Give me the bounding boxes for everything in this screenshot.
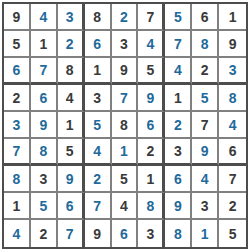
sudoku-cell-r1c7[interactable]: 5 xyxy=(165,4,192,31)
sudoku-cell-r6c8[interactable]: 9 xyxy=(192,139,219,166)
sudoku-cell-r6c5[interactable]: 1 xyxy=(112,139,139,166)
sudoku-cell-r5c4[interactable]: 5 xyxy=(85,112,112,139)
sudoku-cell-r6c9[interactable]: 6 xyxy=(219,139,246,166)
sudoku-cell-r8c6[interactable]: 8 xyxy=(138,193,165,220)
sudoku-cell-r6c3[interactable]: 5 xyxy=(58,139,85,166)
sudoku-cell-r3c4[interactable]: 1 xyxy=(85,58,112,85)
sudoku-cell-r7c3[interactable]: 9 xyxy=(58,166,85,193)
sudoku-cell-r6c2[interactable]: 8 xyxy=(31,139,58,166)
sudoku-cell-r9c3[interactable]: 7 xyxy=(58,220,85,247)
sudoku-cell-r9c1[interactable]: 4 xyxy=(4,220,31,247)
sudoku-cell-r3c8[interactable]: 2 xyxy=(192,58,219,85)
sudoku-cell-r7c7[interactable]: 6 xyxy=(165,166,192,193)
sudoku-cell-r3c6[interactable]: 5 xyxy=(138,58,165,85)
sudoku-cell-r4c4[interactable]: 3 xyxy=(85,85,112,112)
sudoku-cell-r4c2[interactable]: 6 xyxy=(31,85,58,112)
sudoku-cell-r5c2[interactable]: 9 xyxy=(31,112,58,139)
sudoku-cell-r2c1[interactable]: 5 xyxy=(4,31,31,58)
sudoku-cell-r2c5[interactable]: 3 xyxy=(112,31,139,58)
sudoku-cell-r5c6[interactable]: 6 xyxy=(138,112,165,139)
sudoku-cell-r8c9[interactable]: 2 xyxy=(219,193,246,220)
sudoku-cell-r4c1[interactable]: 2 xyxy=(4,85,31,112)
sudoku-cell-r1c4[interactable]: 8 xyxy=(85,4,112,31)
sudoku-cell-r1c9[interactable]: 1 xyxy=(219,4,246,31)
sudoku-cell-r3c9[interactable]: 3 xyxy=(219,58,246,85)
sudoku-cell-r2c7[interactable]: 7 xyxy=(165,31,192,58)
sudoku-cell-r2c6[interactable]: 4 xyxy=(138,31,165,58)
sudoku-cell-r3c1[interactable]: 6 xyxy=(4,58,31,85)
sudoku-cell-r3c7[interactable]: 4 xyxy=(165,58,192,85)
sudoku-cell-r2c9[interactable]: 9 xyxy=(219,31,246,58)
sudoku-cell-r8c2[interactable]: 5 xyxy=(31,193,58,220)
sudoku-cell-r4c7[interactable]: 1 xyxy=(165,85,192,112)
sudoku-cell-r7c5[interactable]: 5 xyxy=(112,166,139,193)
sudoku-cell-r5c1[interactable]: 3 xyxy=(4,112,31,139)
sudoku-cell-r9c7[interactable]: 8 xyxy=(165,220,192,247)
sudoku-cell-r1c8[interactable]: 6 xyxy=(192,4,219,31)
sudoku-cell-r7c2[interactable]: 3 xyxy=(31,166,58,193)
sudoku-cell-r3c3[interactable]: 8 xyxy=(58,58,85,85)
sudoku-cell-r2c2[interactable]: 1 xyxy=(31,31,58,58)
sudoku-cell-r5c3[interactable]: 1 xyxy=(58,112,85,139)
sudoku-cell-r8c1[interactable]: 1 xyxy=(4,193,31,220)
sudoku-cell-r5c9[interactable]: 4 xyxy=(219,112,246,139)
sudoku-cell-r6c7[interactable]: 3 xyxy=(165,139,192,166)
sudoku-cell-r9c2[interactable]: 2 xyxy=(31,220,58,247)
sudoku-cell-r7c9[interactable]: 7 xyxy=(219,166,246,193)
sudoku-cell-r4c6[interactable]: 9 xyxy=(138,85,165,112)
sudoku-cell-r5c7[interactable]: 2 xyxy=(165,112,192,139)
sudoku-cell-r1c3[interactable]: 3 xyxy=(58,4,85,31)
sudoku-cell-r2c4[interactable]: 6 xyxy=(85,31,112,58)
sudoku-cell-r8c5[interactable]: 4 xyxy=(112,193,139,220)
sudoku-cell-r8c3[interactable]: 6 xyxy=(58,193,85,220)
sudoku-cell-r1c2[interactable]: 4 xyxy=(31,4,58,31)
sudoku-cell-r7c8[interactable]: 4 xyxy=(192,166,219,193)
sudoku-cell-r9c4[interactable]: 9 xyxy=(85,220,112,247)
sudoku-cell-r4c3[interactable]: 4 xyxy=(58,85,85,112)
sudoku-cell-r8c8[interactable]: 3 xyxy=(192,193,219,220)
sudoku-cell-r4c5[interactable]: 7 xyxy=(112,85,139,112)
sudoku-cell-r1c5[interactable]: 2 xyxy=(112,4,139,31)
sudoku-cell-r8c4[interactable]: 7 xyxy=(85,193,112,220)
sudoku-cell-r1c1[interactable]: 9 xyxy=(4,4,31,31)
sudoku-cell-r8c7[interactable]: 9 xyxy=(165,193,192,220)
sudoku-cell-r6c6[interactable]: 2 xyxy=(138,139,165,166)
sudoku-cell-r4c9[interactable]: 8 xyxy=(219,85,246,112)
sudoku-cell-r3c5[interactable]: 9 xyxy=(112,58,139,85)
sudoku-cell-r3c2[interactable]: 7 xyxy=(31,58,58,85)
sudoku-cell-r9c9[interactable]: 5 xyxy=(219,220,246,247)
sudoku-cell-r5c5[interactable]: 8 xyxy=(112,112,139,139)
sudoku-cell-r9c8[interactable]: 1 xyxy=(192,220,219,247)
sudoku-cell-r7c6[interactable]: 1 xyxy=(138,166,165,193)
sudoku-cell-r7c4[interactable]: 2 xyxy=(85,166,112,193)
sudoku-cell-r9c6[interactable]: 3 xyxy=(138,220,165,247)
sudoku-board: 9438275615126347896781954232643791583915… xyxy=(2,2,248,249)
sudoku-cell-r6c1[interactable]: 7 xyxy=(4,139,31,166)
sudoku-cell-r2c3[interactable]: 2 xyxy=(58,31,85,58)
sudoku-cell-r7c1[interactable]: 8 xyxy=(4,166,31,193)
sudoku-cell-r4c8[interactable]: 5 xyxy=(192,85,219,112)
sudoku-cell-r9c5[interactable]: 6 xyxy=(112,220,139,247)
sudoku-cell-r2c8[interactable]: 8 xyxy=(192,31,219,58)
sudoku-cell-r5c8[interactable]: 7 xyxy=(192,112,219,139)
sudoku-cell-r6c4[interactable]: 4 xyxy=(85,139,112,166)
sudoku-cell-r1c6[interactable]: 7 xyxy=(138,4,165,31)
